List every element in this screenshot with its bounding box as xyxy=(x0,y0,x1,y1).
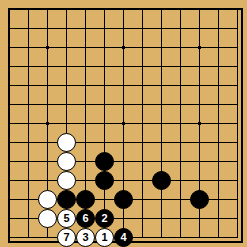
move-number-label: 3 xyxy=(82,232,88,243)
stone-white-move-1[interactable]: 1 xyxy=(95,228,114,247)
stone-white[interactable] xyxy=(57,152,76,171)
move-number-label: 5 xyxy=(63,213,69,224)
stone-white[interactable] xyxy=(57,133,76,152)
stone-white-move-5[interactable]: 5 xyxy=(57,209,76,228)
stone-white-move-7[interactable]: 7 xyxy=(57,228,76,247)
go-board-diagram: 5627314 xyxy=(0,0,247,247)
stone-black[interactable] xyxy=(152,171,171,190)
stone-black-move-6[interactable]: 6 xyxy=(76,209,95,228)
stone-black[interactable] xyxy=(57,190,76,209)
stone-black[interactable] xyxy=(95,152,114,171)
stone-black[interactable] xyxy=(114,190,133,209)
stones-grid[interactable]: 5627314 xyxy=(0,0,247,247)
stone-black[interactable] xyxy=(95,171,114,190)
stone-white[interactable] xyxy=(38,209,57,228)
move-number-label: 2 xyxy=(101,213,107,224)
stone-black[interactable] xyxy=(190,190,209,209)
stone-white[interactable] xyxy=(38,190,57,209)
move-number-label: 6 xyxy=(82,213,88,224)
stone-white[interactable] xyxy=(57,171,76,190)
stone-black-move-4[interactable]: 4 xyxy=(114,228,133,247)
stone-black[interactable] xyxy=(76,190,95,209)
move-number-label: 1 xyxy=(101,232,107,243)
stone-black-move-2[interactable]: 2 xyxy=(95,209,114,228)
move-number-label: 4 xyxy=(120,232,126,243)
move-number-label: 7 xyxy=(63,232,69,243)
stone-white-move-3[interactable]: 3 xyxy=(76,228,95,247)
